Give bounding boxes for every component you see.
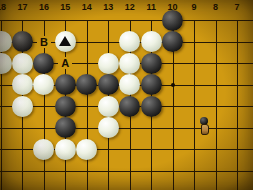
- column-label-16: 16: [35, 1, 53, 13]
- white-stone-17-16: [12, 74, 33, 95]
- white-stone-16-13: [33, 139, 54, 160]
- stone-cursor: [197, 117, 211, 136]
- column-label-12: 12: [121, 1, 139, 13]
- black-stone-11-16: [141, 74, 162, 95]
- column-label-14: 14: [78, 1, 96, 13]
- black-stone-10-18: [162, 31, 183, 52]
- grid-line-col-8: [216, 20, 217, 190]
- grid-line-col-9: [194, 20, 195, 190]
- black-stone-15-14: [55, 117, 76, 138]
- white-stone-11-18: [141, 31, 162, 52]
- column-label-18: 18: [0, 1, 10, 13]
- black-stone-16-17: [33, 53, 54, 74]
- point-label-B[interactable]: B: [37, 36, 51, 48]
- column-label-7: 7: [228, 1, 246, 13]
- black-stone-14-16: [76, 74, 97, 95]
- column-label-8: 8: [207, 1, 225, 13]
- column-label-15: 15: [56, 1, 74, 13]
- column-label-13: 13: [99, 1, 117, 13]
- grid-line-col-14: [87, 20, 88, 190]
- white-stone-17-17: [12, 53, 33, 74]
- black-stone-17-18: [12, 31, 33, 52]
- white-stone-18-17: [0, 53, 12, 74]
- triangle-mark: [59, 36, 71, 46]
- point-label-A[interactable]: A: [58, 57, 72, 69]
- black-stone-10-19: [162, 10, 183, 31]
- star-point: [171, 83, 175, 87]
- black-stone-11-17: [141, 53, 162, 74]
- white-stone-13-14: [98, 117, 119, 138]
- white-stone-13-17: [98, 53, 119, 74]
- white-stone-17-15: [12, 96, 33, 117]
- column-label-17: 17: [13, 1, 31, 13]
- go-board-window: 181716151413121110987 BA: [0, 0, 253, 190]
- black-stone-15-15: [55, 96, 76, 117]
- white-stone-16-16: [33, 74, 54, 95]
- grid-line-col-7: [237, 20, 238, 190]
- white-stone-14-13: [76, 139, 97, 160]
- cursor-stone-ball: [200, 117, 208, 125]
- white-stone-12-16: [119, 74, 140, 95]
- white-stone-12-17: [119, 53, 140, 74]
- black-stone-11-15: [141, 96, 162, 117]
- white-stone-12-18: [119, 31, 140, 52]
- black-stone-15-16: [55, 74, 76, 95]
- black-stone-13-16: [98, 74, 119, 95]
- white-stone-13-15: [98, 96, 119, 117]
- white-stone-15-18: [55, 31, 76, 52]
- white-stone-15-13: [55, 139, 76, 160]
- column-label-11: 11: [142, 1, 160, 13]
- black-stone-12-15: [119, 96, 140, 117]
- white-stone-18-18: [0, 31, 12, 52]
- column-label-9: 9: [185, 1, 203, 13]
- cursor-hand-icon: [201, 124, 209, 135]
